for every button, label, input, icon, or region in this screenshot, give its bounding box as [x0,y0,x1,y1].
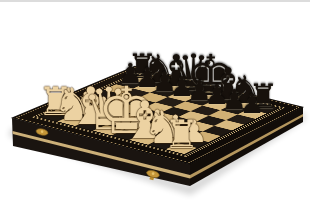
piece-white-rook-h1[interactable]: ♜ [164,115,199,154]
piece-black-pawn-h7[interactable]: ♟ [240,90,265,118]
product-photo: ♜♞♝♛♚♝♞♜♟♟♟♟♟♟♟♟♟♟♟♟♟♟♟♟♜♞♝♛♚♝♞♜ [0,0,310,207]
